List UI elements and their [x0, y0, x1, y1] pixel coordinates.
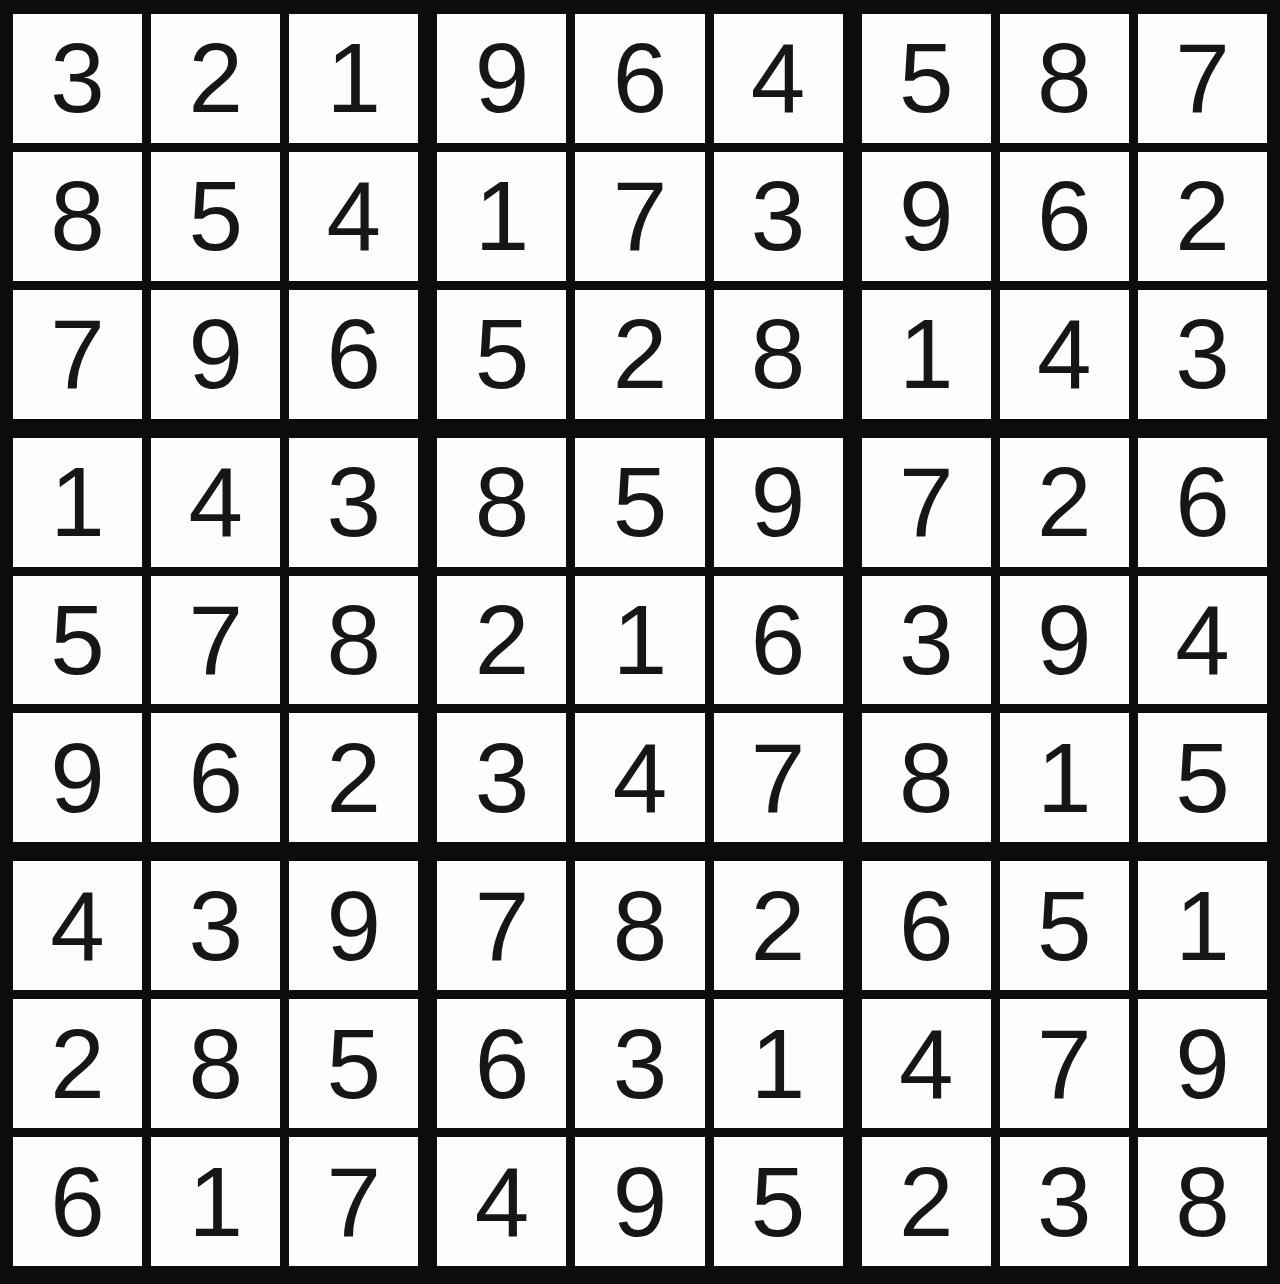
cell-r8c8[interactable]: 7 [1000, 999, 1129, 1128]
cell-r8c6[interactable]: 1 [714, 999, 843, 1128]
cell-r4c5[interactable]: 5 [575, 438, 704, 567]
cell-r5c7[interactable]: 3 [862, 576, 991, 705]
box-1-2: 964173528 [437, 14, 842, 419]
box-1-3: 587962143 [862, 14, 1267, 419]
cell-r6c1[interactable]: 9 [13, 713, 142, 842]
cell-r3c8[interactable]: 4 [1000, 290, 1129, 419]
cell-r2c7[interactable]: 9 [862, 152, 991, 281]
cell-r7c1[interactable]: 4 [13, 861, 142, 990]
cell-r8c7[interactable]: 4 [862, 999, 991, 1128]
cell-r7c6[interactable]: 2 [714, 861, 843, 990]
cell-r5c5[interactable]: 1 [575, 576, 704, 705]
cell-r3c6[interactable]: 8 [714, 290, 843, 419]
cell-r3c3[interactable]: 6 [289, 290, 418, 419]
cell-r3c7[interactable]: 1 [862, 290, 991, 419]
cell-r9c7[interactable]: 2 [862, 1137, 991, 1266]
cell-r6c2[interactable]: 6 [151, 713, 280, 842]
cell-r8c4[interactable]: 6 [437, 999, 566, 1128]
cell-r7c8[interactable]: 5 [1000, 861, 1129, 990]
cell-r8c2[interactable]: 8 [151, 999, 280, 1128]
cell-r9c2[interactable]: 1 [151, 1137, 280, 1266]
cell-r2c3[interactable]: 4 [289, 152, 418, 281]
box-2-3: 726394815 [862, 438, 1267, 843]
cell-r1c3[interactable]: 1 [289, 14, 418, 143]
cell-r4c8[interactable]: 2 [1000, 438, 1129, 567]
cell-r6c9[interactable]: 5 [1138, 713, 1267, 842]
cell-r4c3[interactable]: 3 [289, 438, 418, 567]
cell-r1c6[interactable]: 4 [714, 14, 843, 143]
cell-r5c4[interactable]: 2 [437, 576, 566, 705]
cell-r1c7[interactable]: 5 [862, 14, 991, 143]
cell-r7c2[interactable]: 3 [151, 861, 280, 990]
cell-r7c7[interactable]: 6 [862, 861, 991, 990]
cell-r4c4[interactable]: 8 [437, 438, 566, 567]
cell-r1c2[interactable]: 2 [151, 14, 280, 143]
cell-r9c5[interactable]: 9 [575, 1137, 704, 1266]
cell-r8c5[interactable]: 3 [575, 999, 704, 1128]
cell-r1c9[interactable]: 7 [1138, 14, 1267, 143]
cell-r3c2[interactable]: 9 [151, 290, 280, 419]
cell-r3c5[interactable]: 2 [575, 290, 704, 419]
cell-r7c9[interactable]: 1 [1138, 861, 1267, 990]
cell-r6c6[interactable]: 7 [714, 713, 843, 842]
cell-r9c6[interactable]: 5 [714, 1137, 843, 1266]
cell-r8c9[interactable]: 9 [1138, 999, 1267, 1128]
cell-r2c8[interactable]: 6 [1000, 152, 1129, 281]
cell-r6c4[interactable]: 3 [437, 713, 566, 842]
cell-r4c7[interactable]: 7 [862, 438, 991, 567]
cell-r3c1[interactable]: 7 [13, 290, 142, 419]
cell-r6c7[interactable]: 8 [862, 713, 991, 842]
cell-r9c8[interactable]: 3 [1000, 1137, 1129, 1266]
cell-r5c3[interactable]: 8 [289, 576, 418, 705]
cell-r7c5[interactable]: 8 [575, 861, 704, 990]
cell-r8c1[interactable]: 2 [13, 999, 142, 1128]
box-3-1: 439285617 [13, 861, 418, 1266]
cell-r7c3[interactable]: 9 [289, 861, 418, 990]
cell-r9c9[interactable]: 8 [1138, 1137, 1267, 1266]
box-2-2: 859216347 [437, 438, 842, 843]
cell-r5c1[interactable]: 5 [13, 576, 142, 705]
box-3-2: 782631495 [437, 861, 842, 1266]
cell-r2c6[interactable]: 3 [714, 152, 843, 281]
cell-r5c9[interactable]: 4 [1138, 576, 1267, 705]
cell-r5c2[interactable]: 7 [151, 576, 280, 705]
cell-r9c1[interactable]: 6 [13, 1137, 142, 1266]
cell-r4c6[interactable]: 9 [714, 438, 843, 567]
cell-r1c5[interactable]: 6 [575, 14, 704, 143]
cell-r2c1[interactable]: 8 [13, 152, 142, 281]
cell-r1c8[interactable]: 8 [1000, 14, 1129, 143]
cell-r6c5[interactable]: 4 [575, 713, 704, 842]
box-2-1: 143578962 [13, 438, 418, 843]
cell-r5c8[interactable]: 9 [1000, 576, 1129, 705]
cell-r6c3[interactable]: 2 [289, 713, 418, 842]
cell-r1c4[interactable]: 9 [437, 14, 566, 143]
cell-r3c9[interactable]: 3 [1138, 290, 1267, 419]
cell-r4c1[interactable]: 1 [13, 438, 142, 567]
cell-r5c6[interactable]: 6 [714, 576, 843, 705]
cell-r4c2[interactable]: 4 [151, 438, 280, 567]
cell-r7c4[interactable]: 7 [437, 861, 566, 990]
cell-r8c3[interactable]: 5 [289, 999, 418, 1128]
cell-r2c2[interactable]: 5 [151, 152, 280, 281]
cell-r2c5[interactable]: 7 [575, 152, 704, 281]
cell-r9c4[interactable]: 4 [437, 1137, 566, 1266]
cell-r6c8[interactable]: 1 [1000, 713, 1129, 842]
cell-r9c3[interactable]: 7 [289, 1137, 418, 1266]
cell-r1c1[interactable]: 3 [13, 14, 142, 143]
box-1-1: 321854796 [13, 14, 418, 419]
cell-r3c4[interactable]: 5 [437, 290, 566, 419]
box-3-3: 651479238 [862, 861, 1267, 1266]
sudoku-board: 3218547969641735285879621431435789628592… [0, 0, 1280, 1284]
cell-r2c9[interactable]: 2 [1138, 152, 1267, 281]
cell-r4c9[interactable]: 6 [1138, 438, 1267, 567]
cell-r2c4[interactable]: 1 [437, 152, 566, 281]
